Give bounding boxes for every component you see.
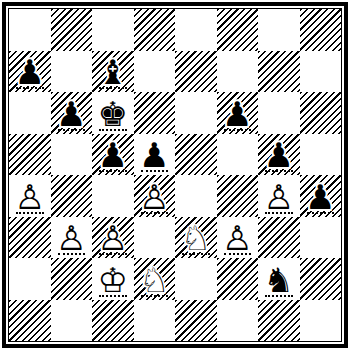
black-pawn: ♟ <box>134 134 176 176</box>
black-pawn: ♟ <box>258 134 300 176</box>
piece-outline: ♙ <box>217 221 259 255</box>
square-g7[interactable] <box>258 51 300 93</box>
square-g6[interactable] <box>258 92 300 134</box>
square-b6[interactable]: ♟ <box>51 92 93 134</box>
square-f7[interactable] <box>217 51 259 93</box>
white-pawn: ♟♙ <box>134 175 176 217</box>
square-c7[interactable]: ♝ <box>92 51 134 93</box>
square-a6[interactable] <box>9 92 51 134</box>
square-b7[interactable] <box>51 51 93 93</box>
square-b5[interactable] <box>51 134 93 176</box>
piece-body: ♟ <box>134 138 176 172</box>
square-h4[interactable]: ♟ <box>300 175 342 217</box>
piece-body: ♞ <box>258 263 300 297</box>
black-pawn: ♟ <box>300 175 342 217</box>
square-e4[interactable] <box>175 175 217 217</box>
white-king: ♚♔ <box>92 258 134 300</box>
square-d6[interactable] <box>134 92 176 134</box>
piece-body: ♟ <box>92 138 134 172</box>
square-e5[interactable] <box>175 134 217 176</box>
square-a5[interactable] <box>9 134 51 176</box>
piece-body: ♟ <box>217 97 259 131</box>
square-g1[interactable] <box>258 300 300 342</box>
square-h5[interactable] <box>300 134 342 176</box>
black-knight: ♞ <box>258 258 300 300</box>
square-g2[interactable]: ♞ <box>258 258 300 300</box>
board-inner-border: ♟♝♟♚♟♟♟♟♟♙♟♙♟♙♟♟♙♟♙♞♘♟♙♚♔♞♘♞ <box>8 8 342 342</box>
piece-outline: ♙ <box>134 180 176 214</box>
square-a1[interactable] <box>9 300 51 342</box>
square-f5[interactable] <box>217 134 259 176</box>
square-g5[interactable]: ♟ <box>258 134 300 176</box>
square-c3[interactable]: ♟♙ <box>92 217 134 259</box>
square-b8[interactable] <box>51 9 93 51</box>
square-c2[interactable]: ♚♔ <box>92 258 134 300</box>
black-king: ♚ <box>92 92 134 134</box>
square-h3[interactable] <box>300 217 342 259</box>
board-frame: ♟♝♟♚♟♟♟♟♟♙♟♙♟♙♟♟♙♟♙♞♘♟♙♚♔♞♘♞ <box>2 2 348 348</box>
chess-diagram: ♟♝♟♚♟♟♟♟♟♙♟♙♟♙♟♟♙♟♙♞♘♟♙♚♔♞♘♞ <box>0 0 350 350</box>
square-e2[interactable] <box>175 258 217 300</box>
square-f8[interactable] <box>217 9 259 51</box>
piece-body: ♟ <box>258 138 300 172</box>
piece-outline: ♙ <box>9 180 51 214</box>
piece-body: ♟ <box>51 97 93 131</box>
square-e1[interactable] <box>175 300 217 342</box>
white-pawn: ♟♙ <box>258 175 300 217</box>
piece-outline: ♙ <box>51 221 93 255</box>
square-a7[interactable]: ♟ <box>9 51 51 93</box>
piece-body: ♝ <box>92 55 134 89</box>
square-a4[interactable]: ♟♙ <box>9 175 51 217</box>
square-f3[interactable]: ♟♙ <box>217 217 259 259</box>
black-pawn: ♟ <box>51 92 93 134</box>
square-d2[interactable]: ♞♘ <box>134 258 176 300</box>
square-b3[interactable]: ♟♙ <box>51 217 93 259</box>
square-d4[interactable]: ♟♙ <box>134 175 176 217</box>
square-a8[interactable] <box>9 9 51 51</box>
square-e3[interactable]: ♞♘ <box>175 217 217 259</box>
square-f4[interactable] <box>217 175 259 217</box>
square-e8[interactable] <box>175 9 217 51</box>
square-f2[interactable] <box>217 258 259 300</box>
black-bishop: ♝ <box>92 51 134 93</box>
piece-outline: ♙ <box>92 221 134 255</box>
black-pawn: ♟ <box>9 51 51 93</box>
square-c6[interactable]: ♚ <box>92 92 134 134</box>
square-b4[interactable] <box>51 175 93 217</box>
square-e7[interactable] <box>175 51 217 93</box>
square-c5[interactable]: ♟ <box>92 134 134 176</box>
square-h1[interactable] <box>300 300 342 342</box>
square-b1[interactable] <box>51 300 93 342</box>
piece-outline: ♘ <box>134 263 176 297</box>
white-pawn: ♟♙ <box>51 217 93 259</box>
piece-body: ♟ <box>9 55 51 89</box>
square-f6[interactable]: ♟ <box>217 92 259 134</box>
piece-outline: ♘ <box>175 221 217 255</box>
square-d3[interactable] <box>134 217 176 259</box>
square-g4[interactable]: ♟♙ <box>258 175 300 217</box>
square-d7[interactable] <box>134 51 176 93</box>
piece-body: ♟ <box>300 180 342 214</box>
square-d8[interactable] <box>134 9 176 51</box>
chessboard: ♟♝♟♚♟♟♟♟♟♙♟♙♟♙♟♟♙♟♙♞♘♟♙♚♔♞♘♞ <box>9 9 341 341</box>
white-knight: ♞♘ <box>175 217 217 259</box>
white-pawn: ♟♙ <box>92 217 134 259</box>
square-d5[interactable]: ♟ <box>134 134 176 176</box>
black-pawn: ♟ <box>92 134 134 176</box>
black-pawn: ♟ <box>217 92 259 134</box>
square-h7[interactable] <box>300 51 342 93</box>
piece-outline: ♙ <box>258 180 300 214</box>
square-g3[interactable] <box>258 217 300 259</box>
white-pawn: ♟♙ <box>217 217 259 259</box>
white-pawn: ♟♙ <box>9 175 51 217</box>
piece-body: ♚ <box>92 97 134 131</box>
square-c8[interactable] <box>92 9 134 51</box>
white-knight: ♞♘ <box>134 258 176 300</box>
square-c1[interactable] <box>92 300 134 342</box>
square-a2[interactable] <box>9 258 51 300</box>
square-h2[interactable] <box>300 258 342 300</box>
square-a3[interactable] <box>9 217 51 259</box>
piece-outline: ♔ <box>92 263 134 297</box>
square-d1[interactable] <box>134 300 176 342</box>
square-g8[interactable] <box>258 9 300 51</box>
square-b2[interactable] <box>51 258 93 300</box>
square-c4[interactable] <box>92 175 134 217</box>
square-h8[interactable] <box>300 9 342 51</box>
square-h6[interactable] <box>300 92 342 134</box>
square-f1[interactable] <box>217 300 259 342</box>
square-e6[interactable] <box>175 92 217 134</box>
